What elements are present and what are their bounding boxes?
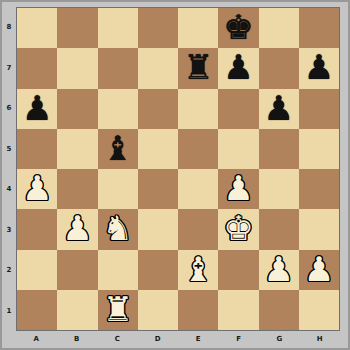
piece-white-pawn[interactable]: ♟ — [22, 169, 52, 208]
square-c1[interactable]: ♜ — [98, 290, 138, 330]
square-b8[interactable] — [57, 8, 97, 48]
piece-white-rook[interactable]: ♜ — [102, 290, 132, 329]
square-b1[interactable] — [57, 290, 97, 330]
piece-white-pawn[interactable]: ♟ — [304, 250, 334, 289]
square-g1[interactable] — [259, 290, 299, 330]
rank-label-4: 4 — [2, 169, 16, 210]
piece-black-bishop[interactable]: ♝ — [102, 129, 132, 168]
file-label-g: G — [259, 332, 300, 346]
square-e3[interactable] — [178, 209, 218, 249]
square-d2[interactable] — [138, 250, 178, 290]
square-a1[interactable] — [17, 290, 57, 330]
file-label-b: B — [57, 332, 98, 346]
square-d7[interactable] — [138, 48, 178, 88]
square-a6[interactable]: ♟ — [17, 89, 57, 129]
square-d5[interactable] — [138, 129, 178, 169]
piece-black-pawn[interactable]: ♟ — [304, 48, 334, 87]
piece-black-pawn[interactable]: ♟ — [22, 89, 52, 128]
square-a3[interactable] — [17, 209, 57, 249]
rank-label-2: 2 — [2, 250, 16, 291]
square-d4[interactable] — [138, 169, 178, 209]
square-f3[interactable]: ♚ — [218, 209, 258, 249]
square-c5[interactable]: ♝ — [98, 129, 138, 169]
rank-label-8: 8 — [2, 7, 16, 48]
square-f1[interactable] — [218, 290, 258, 330]
square-b7[interactable] — [57, 48, 97, 88]
piece-white-pawn[interactable]: ♟ — [62, 209, 92, 248]
piece-white-king[interactable]: ♚ — [223, 209, 253, 248]
square-g5[interactable] — [259, 129, 299, 169]
square-a4[interactable]: ♟ — [17, 169, 57, 209]
rank-label-7: 7 — [2, 48, 16, 89]
square-c7[interactable] — [98, 48, 138, 88]
rank-label-1: 1 — [2, 291, 16, 332]
square-f5[interactable] — [218, 129, 258, 169]
square-c8[interactable] — [98, 8, 138, 48]
square-a7[interactable] — [17, 48, 57, 88]
file-label-f: F — [219, 332, 260, 346]
file-label-d: D — [138, 332, 179, 346]
square-h7[interactable]: ♟ — [299, 48, 339, 88]
square-a5[interactable] — [17, 129, 57, 169]
file-labels: ABCDEFGH — [16, 332, 340, 346]
square-e5[interactable] — [178, 129, 218, 169]
piece-white-bishop[interactable]: ♝ — [183, 250, 213, 289]
square-c2[interactable] — [98, 250, 138, 290]
piece-white-pawn[interactable]: ♟ — [263, 250, 293, 289]
square-g6[interactable]: ♟ — [259, 89, 299, 129]
square-g3[interactable] — [259, 209, 299, 249]
square-b2[interactable] — [57, 250, 97, 290]
piece-black-rook[interactable]: ♜ — [183, 48, 213, 87]
rank-labels: 87654321 — [2, 7, 16, 331]
file-label-c: C — [97, 332, 138, 346]
square-b6[interactable] — [57, 89, 97, 129]
square-d3[interactable] — [138, 209, 178, 249]
square-h5[interactable] — [299, 129, 339, 169]
square-c3[interactable]: ♞ — [98, 209, 138, 249]
piece-white-knight[interactable]: ♞ — [102, 209, 132, 248]
square-g8[interactable] — [259, 8, 299, 48]
square-h3[interactable] — [299, 209, 339, 249]
square-f7[interactable]: ♟ — [218, 48, 258, 88]
square-d6[interactable] — [138, 89, 178, 129]
square-d8[interactable] — [138, 8, 178, 48]
square-h6[interactable] — [299, 89, 339, 129]
square-e4[interactable] — [178, 169, 218, 209]
square-e7[interactable]: ♜ — [178, 48, 218, 88]
file-label-a: A — [16, 332, 57, 346]
square-f4[interactable]: ♟ — [218, 169, 258, 209]
rank-label-3: 3 — [2, 210, 16, 251]
square-a2[interactable] — [17, 250, 57, 290]
square-h2[interactable]: ♟ — [299, 250, 339, 290]
piece-black-king[interactable]: ♚ — [223, 8, 253, 47]
square-d1[interactable] — [138, 290, 178, 330]
square-e8[interactable] — [178, 8, 218, 48]
square-f8[interactable]: ♚ — [218, 8, 258, 48]
square-f6[interactable] — [218, 89, 258, 129]
square-a8[interactable] — [17, 8, 57, 48]
square-b3[interactable]: ♟ — [57, 209, 97, 249]
piece-black-pawn[interactable]: ♟ — [223, 48, 253, 87]
square-h4[interactable] — [299, 169, 339, 209]
square-h1[interactable] — [299, 290, 339, 330]
rank-label-5: 5 — [2, 129, 16, 170]
square-c4[interactable] — [98, 169, 138, 209]
square-b4[interactable] — [57, 169, 97, 209]
chess-diagram: 87654321 ♚♜♟♟♟♟♝♟♟♟♞♚♝♟♟♜ ABCDEFGH — [0, 0, 350, 350]
square-f2[interactable] — [218, 250, 258, 290]
square-e1[interactable] — [178, 290, 218, 330]
piece-black-pawn[interactable]: ♟ — [263, 89, 293, 128]
square-b5[interactable] — [57, 129, 97, 169]
file-label-h: H — [300, 332, 341, 346]
square-c6[interactable] — [98, 89, 138, 129]
square-e2[interactable]: ♝ — [178, 250, 218, 290]
square-g2[interactable]: ♟ — [259, 250, 299, 290]
square-g7[interactable] — [259, 48, 299, 88]
chess-board: ♚♜♟♟♟♟♝♟♟♟♞♚♝♟♟♜ — [16, 7, 340, 331]
square-g4[interactable] — [259, 169, 299, 209]
square-e6[interactable] — [178, 89, 218, 129]
file-label-e: E — [178, 332, 219, 346]
piece-white-pawn[interactable]: ♟ — [223, 169, 253, 208]
square-h8[interactable] — [299, 8, 339, 48]
rank-label-6: 6 — [2, 88, 16, 129]
